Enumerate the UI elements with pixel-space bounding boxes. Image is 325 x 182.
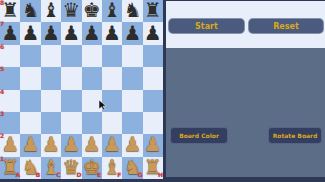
square-a8[interactable]: ♜ [0,0,20,22]
white-knight-piece[interactable]: ♞ [123,157,141,177]
square-b2[interactable]: ♟ [20,134,40,156]
square-c6[interactable] [41,45,61,67]
white-bishop-piece[interactable]: ♝ [103,157,121,177]
square-f1[interactable]: ♝ [102,157,122,179]
square-c7[interactable]: ♟ [41,22,61,44]
square-a2[interactable]: ♟ [0,134,20,156]
square-d8[interactable]: ♛ [61,0,81,22]
square-e5[interactable] [82,67,102,89]
start-button[interactable]: Start [168,18,245,34]
square-h4[interactable] [143,90,163,112]
square-c1[interactable]: ♝ [41,157,61,179]
square-h7[interactable]: ♟ [143,22,163,44]
square-a3[interactable] [0,112,20,134]
white-queen-piece[interactable]: ♛ [62,157,80,177]
black-bishop-piece[interactable]: ♝ [42,0,60,20]
white-king-piece[interactable]: ♚ [83,157,101,177]
black-pawn-piece[interactable]: ♟ [22,23,40,43]
square-b6[interactable] [20,45,40,67]
square-b3[interactable] [20,112,40,134]
square-c5[interactable] [41,67,61,89]
white-pawn-piece[interactable]: ♟ [62,134,80,154]
square-b8[interactable]: ♞ [20,0,40,22]
square-e8[interactable]: ♚ [82,0,102,22]
reset-button[interactable]: Reset [248,18,324,34]
square-f6[interactable] [102,45,122,67]
square-e2[interactable]: ♟ [82,134,102,156]
square-b4[interactable] [20,90,40,112]
black-pawn-piece[interactable]: ♟ [123,23,141,43]
square-f7[interactable]: ♟ [102,22,122,44]
black-knight-piece[interactable]: ♞ [123,0,141,20]
square-g7[interactable]: ♟ [122,22,142,44]
square-f2[interactable]: ♟ [102,134,122,156]
square-g2[interactable]: ♟ [122,134,142,156]
square-f4[interactable] [102,90,122,112]
black-pawn-piece[interactable]: ♟ [103,23,121,43]
black-knight-piece[interactable]: ♞ [22,0,40,20]
square-h3[interactable] [143,112,163,134]
square-g5[interactable] [122,67,142,89]
black-pawn-piece[interactable]: ♟ [1,23,19,43]
square-c8[interactable]: ♝ [41,0,61,22]
square-g4[interactable] [122,90,142,112]
square-b5[interactable] [20,67,40,89]
white-pawn-piece[interactable]: ♟ [103,134,121,154]
square-b1[interactable]: ♞ [20,157,40,179]
square-d5[interactable] [61,67,81,89]
white-pawn-piece[interactable]: ♟ [83,134,101,154]
square-d1[interactable]: ♛ [61,157,81,179]
square-d3[interactable] [61,112,81,134]
white-knight-piece[interactable]: ♞ [22,157,40,177]
black-king-piece[interactable]: ♚ [83,0,101,20]
square-e6[interactable] [82,45,102,67]
white-pawn-piece[interactable]: ♟ [144,134,162,154]
square-h8[interactable]: ♜ [143,0,163,22]
control-panel: Start Reset Board Color Rotate Board [163,0,325,182]
square-g1[interactable]: ♞ [122,157,142,179]
white-rook-piece[interactable]: ♜ [144,157,162,177]
black-bishop-piece[interactable]: ♝ [103,0,121,20]
chess-board[interactable]: ♜♞♝♛♚♝♞♜♟♟♟♟♟♟♟♟♟♟♟♟♟♟♟♟♜♞♝♛♚♝♞♜ [0,0,163,179]
square-f3[interactable] [102,112,122,134]
square-h2[interactable]: ♟ [143,134,163,156]
square-a7[interactable]: ♟ [0,22,20,44]
square-d2[interactable]: ♟ [61,134,81,156]
white-pawn-piece[interactable]: ♟ [123,134,141,154]
square-e7[interactable]: ♟ [82,22,102,44]
square-a6[interactable] [0,45,20,67]
white-pawn-piece[interactable]: ♟ [1,134,19,154]
square-h6[interactable] [143,45,163,67]
white-rook-piece[interactable]: ♜ [1,157,19,177]
black-pawn-piece[interactable]: ♟ [83,23,101,43]
square-a5[interactable] [0,67,20,89]
square-g3[interactable] [122,112,142,134]
square-h5[interactable] [143,67,163,89]
square-d4[interactable] [61,90,81,112]
square-f8[interactable]: ♝ [102,0,122,22]
white-bishop-piece[interactable]: ♝ [42,157,60,177]
black-queen-piece[interactable]: ♛ [62,0,80,20]
black-pawn-piece[interactable]: ♟ [144,23,162,43]
square-c2[interactable]: ♟ [41,134,61,156]
square-d7[interactable]: ♟ [61,22,81,44]
chess-app-window: ♜♞♝♛♚♝♞♜♟♟♟♟♟♟♟♟♟♟♟♟♟♟♟♟♜♞♝♛♚♝♞♜ Start R… [0,0,325,182]
panel-bottom-section [166,48,325,177]
square-a1[interactable]: ♜ [0,157,20,179]
square-a4[interactable] [0,90,20,112]
square-f5[interactable] [102,67,122,89]
black-pawn-piece[interactable]: ♟ [42,23,60,43]
square-d6[interactable] [61,45,81,67]
square-e4[interactable] [82,90,102,112]
board-color-button[interactable]: Board Color [170,127,228,144]
square-e3[interactable] [82,112,102,134]
square-g8[interactable]: ♞ [122,0,142,22]
square-b7[interactable]: ♟ [20,22,40,44]
black-rook-piece[interactable]: ♜ [144,0,162,20]
square-c4[interactable] [41,90,61,112]
square-c3[interactable] [41,112,61,134]
white-pawn-piece[interactable]: ♟ [22,134,40,154]
square-g6[interactable] [122,45,142,67]
rotate-board-button[interactable]: Rotate Board [268,127,322,144]
square-e1[interactable]: ♚ [82,157,102,179]
square-h1[interactable]: ♜ [143,157,163,179]
white-pawn-piece[interactable]: ♟ [42,134,60,154]
black-rook-piece[interactable]: ♜ [1,0,19,20]
black-pawn-piece[interactable]: ♟ [62,23,80,43]
